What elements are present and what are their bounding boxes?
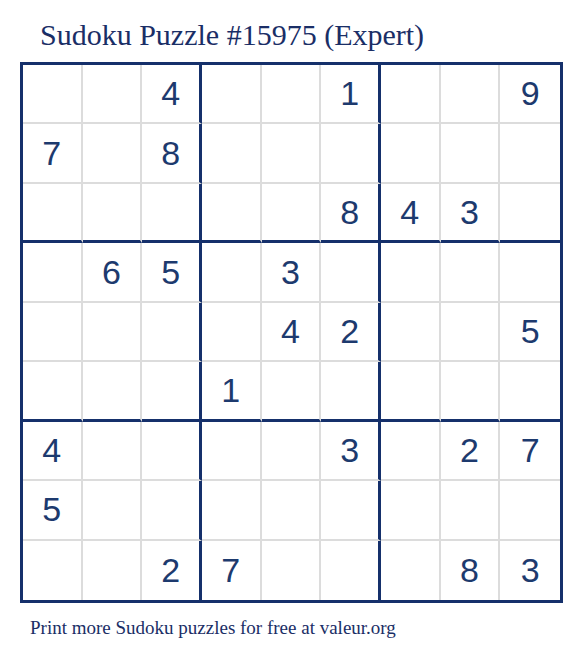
cell-r1c3: 4 bbox=[142, 65, 202, 124]
cell-r4c7 bbox=[381, 243, 441, 302]
cell-r6c2 bbox=[83, 362, 143, 421]
cell-r1c5 bbox=[262, 65, 322, 124]
cell-r9c4: 7 bbox=[202, 541, 262, 600]
cell-r9c8: 8 bbox=[441, 541, 501, 600]
page-title: Sudoku Puzzle #15975 (Expert) bbox=[40, 20, 424, 50]
cell-r7c1: 4 bbox=[23, 422, 83, 481]
cell-r4c4 bbox=[202, 243, 262, 302]
cell-r2c5 bbox=[262, 124, 322, 183]
cell-r2c9 bbox=[500, 124, 560, 183]
cell-r6c6 bbox=[321, 362, 381, 421]
cell-r1c4 bbox=[202, 65, 262, 124]
cell-r8c7 bbox=[381, 481, 441, 540]
cell-r8c5 bbox=[262, 481, 322, 540]
cell-r6c3 bbox=[142, 362, 202, 421]
cell-r5c9: 5 bbox=[500, 303, 560, 362]
cell-r1c9: 9 bbox=[500, 65, 560, 124]
cell-r9c6 bbox=[321, 541, 381, 600]
cell-r3c5 bbox=[262, 184, 322, 243]
cell-r8c8 bbox=[441, 481, 501, 540]
cell-r9c1 bbox=[23, 541, 83, 600]
cell-r3c4 bbox=[202, 184, 262, 243]
cell-r2c1: 7 bbox=[23, 124, 83, 183]
cell-r9c3: 2 bbox=[142, 541, 202, 600]
cell-r1c7 bbox=[381, 65, 441, 124]
cell-r4c6 bbox=[321, 243, 381, 302]
page: Sudoku Puzzle #15975 (Expert) 4197884365… bbox=[0, 0, 580, 651]
cell-r5c6: 2 bbox=[321, 303, 381, 362]
cell-r3c2 bbox=[83, 184, 143, 243]
cell-r2c2 bbox=[83, 124, 143, 183]
cell-r5c4 bbox=[202, 303, 262, 362]
cell-r6c1 bbox=[23, 362, 83, 421]
cell-r6c9 bbox=[500, 362, 560, 421]
cell-r3c3 bbox=[142, 184, 202, 243]
cell-r2c3: 8 bbox=[142, 124, 202, 183]
cell-r3c9 bbox=[500, 184, 560, 243]
cell-r7c8: 2 bbox=[441, 422, 501, 481]
cell-r5c3 bbox=[142, 303, 202, 362]
cell-r7c9: 7 bbox=[500, 422, 560, 481]
cell-r7c2 bbox=[83, 422, 143, 481]
cell-r5c1 bbox=[23, 303, 83, 362]
cell-r5c8 bbox=[441, 303, 501, 362]
cell-r5c5: 4 bbox=[262, 303, 322, 362]
cell-r6c7 bbox=[381, 362, 441, 421]
cell-r8c2 bbox=[83, 481, 143, 540]
cell-r3c1 bbox=[23, 184, 83, 243]
cell-r9c9: 3 bbox=[500, 541, 560, 600]
cell-r6c4: 1 bbox=[202, 362, 262, 421]
cell-r9c5 bbox=[262, 541, 322, 600]
cell-r3c8: 3 bbox=[441, 184, 501, 243]
cell-r6c5 bbox=[262, 362, 322, 421]
cell-r7c3 bbox=[142, 422, 202, 481]
cell-r7c5 bbox=[262, 422, 322, 481]
footer-text: Print more Sudoku puzzles for free at va… bbox=[30, 617, 396, 640]
cell-r4c2: 6 bbox=[83, 243, 143, 302]
cell-r5c2 bbox=[83, 303, 143, 362]
sudoku-board: 419788436534251432752783 bbox=[20, 62, 563, 603]
cell-r4c3: 5 bbox=[142, 243, 202, 302]
cell-r9c7 bbox=[381, 541, 441, 600]
cell-r8c1: 5 bbox=[23, 481, 83, 540]
cell-r9c2 bbox=[83, 541, 143, 600]
cell-r8c9 bbox=[500, 481, 560, 540]
cell-r7c4 bbox=[202, 422, 262, 481]
cell-r7c6: 3 bbox=[321, 422, 381, 481]
cell-r5c7 bbox=[381, 303, 441, 362]
cell-r2c6 bbox=[321, 124, 381, 183]
cell-r4c1 bbox=[23, 243, 83, 302]
cell-r4c5: 3 bbox=[262, 243, 322, 302]
cell-r2c7 bbox=[381, 124, 441, 183]
cell-r8c3 bbox=[142, 481, 202, 540]
cell-r2c8 bbox=[441, 124, 501, 183]
cell-r1c6: 1 bbox=[321, 65, 381, 124]
cell-r7c7 bbox=[381, 422, 441, 481]
cell-r2c4 bbox=[202, 124, 262, 183]
cell-r8c6 bbox=[321, 481, 381, 540]
cell-r3c6: 8 bbox=[321, 184, 381, 243]
cell-r6c8 bbox=[441, 362, 501, 421]
cell-r3c7: 4 bbox=[381, 184, 441, 243]
cell-r4c9 bbox=[500, 243, 560, 302]
cell-r1c1 bbox=[23, 65, 83, 124]
cell-r8c4 bbox=[202, 481, 262, 540]
cell-r1c2 bbox=[83, 65, 143, 124]
cell-r1c8 bbox=[441, 65, 501, 124]
cell-r4c8 bbox=[441, 243, 501, 302]
